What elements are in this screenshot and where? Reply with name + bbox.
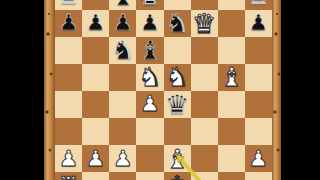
chess-board[interactable]: ♜♝♚♜♟♟♟♟♞♛♟♞♝♞♞♝♟♛♟♟♟♝♟♜♚ — [55, 0, 272, 180]
square-g2[interactable] — [218, 145, 245, 172]
piece-black-bishop-d6[interactable]: ♝ — [136, 37, 163, 64]
square-e7[interactable]: ♞ — [164, 10, 191, 37]
square-b3[interactable] — [82, 118, 109, 145]
piece-white-pawn-a2[interactable]: ♟ — [55, 145, 82, 172]
square-a1[interactable]: ♜ — [55, 172, 82, 180]
square-b7[interactable]: ♟ — [82, 10, 109, 37]
square-a3[interactable] — [55, 118, 82, 145]
square-g7[interactable] — [218, 10, 245, 37]
piece-black-pawn-h7[interactable]: ♟ — [245, 10, 272, 37]
square-c4[interactable] — [109, 91, 136, 118]
square-f6[interactable] — [191, 37, 218, 64]
square-c7[interactable]: ♟ — [109, 10, 136, 37]
square-f3[interactable] — [191, 118, 218, 145]
board-frame-left — [44, 0, 55, 180]
square-a5[interactable] — [55, 64, 82, 91]
square-d8[interactable]: ♚ — [136, 0, 163, 10]
piece-black-knight-c6[interactable]: ♞ — [109, 37, 136, 64]
square-f5[interactable] — [191, 64, 218, 91]
square-f7[interactable]: ♛ — [191, 10, 218, 37]
piece-black-knight-e7[interactable]: ♞ — [164, 10, 191, 37]
square-b4[interactable] — [82, 91, 109, 118]
square-f4[interactable] — [191, 91, 218, 118]
square-h5[interactable] — [245, 64, 272, 91]
square-d6[interactable]: ♝ — [136, 37, 163, 64]
piece-black-rook-a8[interactable]: ♜ — [55, 0, 82, 10]
square-e4[interactable]: ♛ — [164, 91, 191, 118]
square-g3[interactable] — [218, 118, 245, 145]
pillarbox-left — [0, 0, 44, 180]
piece-black-pawn-a7[interactable]: ♟ — [55, 10, 82, 37]
square-g4[interactable] — [218, 91, 245, 118]
piece-white-bishop-g5[interactable]: ♝ — [218, 64, 245, 91]
square-a6[interactable] — [55, 37, 82, 64]
square-a2[interactable]: ♟ — [55, 145, 82, 172]
piece-white-pawn-c2[interactable]: ♟ — [109, 145, 136, 172]
square-b8[interactable] — [82, 0, 109, 10]
square-a4[interactable] — [55, 91, 82, 118]
square-e3[interactable] — [164, 118, 191, 145]
square-e2[interactable]: ♝ — [164, 145, 191, 172]
piece-black-pawn-d7[interactable]: ♟ — [136, 10, 163, 37]
piece-white-queen-f7[interactable]: ♛ — [191, 10, 218, 37]
square-c1[interactable] — [109, 172, 136, 180]
square-c3[interactable] — [109, 118, 136, 145]
square-g6[interactable] — [218, 37, 245, 64]
square-g5[interactable]: ♝ — [218, 64, 245, 91]
piece-white-king-e1[interactable]: ♚ — [164, 172, 191, 180]
square-g8[interactable] — [218, 0, 245, 10]
square-d5[interactable]: ♞ — [136, 64, 163, 91]
square-h7[interactable]: ♟ — [245, 10, 272, 37]
square-b6[interactable] — [82, 37, 109, 64]
square-h6[interactable] — [245, 37, 272, 64]
piece-white-pawn-h2[interactable]: ♟ — [245, 145, 272, 172]
piece-white-rook-a1[interactable]: ♜ — [55, 172, 82, 180]
piece-white-pawn-b2[interactable]: ♟ — [82, 145, 109, 172]
square-c8[interactable]: ♝ — [109, 0, 136, 10]
piece-black-pawn-c7[interactable]: ♟ — [109, 10, 136, 37]
square-c5[interactable] — [109, 64, 136, 91]
square-b1[interactable] — [82, 172, 109, 180]
piece-black-pawn-b7[interactable]: ♟ — [82, 10, 109, 37]
square-c6[interactable]: ♞ — [109, 37, 136, 64]
square-f2[interactable] — [191, 145, 218, 172]
square-h1[interactable] — [245, 172, 272, 180]
piece-white-knight-d5[interactable]: ♞ — [136, 64, 163, 91]
square-g1[interactable] — [218, 172, 245, 180]
piece-white-pawn-d4[interactable]: ♟ — [136, 91, 163, 118]
square-b2[interactable]: ♟ — [82, 145, 109, 172]
piece-black-rook-h8[interactable]: ♜ — [245, 0, 272, 10]
square-f1[interactable] — [191, 172, 218, 180]
square-b5[interactable] — [82, 64, 109, 91]
piece-black-bishop-c8[interactable]: ♝ — [109, 0, 136, 10]
square-a8[interactable]: ♜ — [55, 0, 82, 10]
square-h4[interactable] — [245, 91, 272, 118]
square-d1[interactable] — [136, 172, 163, 180]
square-a7[interactable]: ♟ — [55, 10, 82, 37]
pillarbox-right — [281, 0, 320, 180]
piece-black-king-d8[interactable]: ♚ — [136, 0, 163, 10]
square-e6[interactable] — [164, 37, 191, 64]
square-d7[interactable]: ♟ — [136, 10, 163, 37]
piece-white-knight-e5[interactable]: ♞ — [164, 64, 191, 91]
square-e5[interactable]: ♞ — [164, 64, 191, 91]
square-e1[interactable]: ♚ — [164, 172, 191, 180]
square-d2[interactable] — [136, 145, 163, 172]
piece-white-bishop-e2[interactable]: ♝ — [164, 145, 191, 172]
square-d4[interactable]: ♟ — [136, 91, 163, 118]
square-h3[interactable] — [245, 118, 272, 145]
board-frame-right — [272, 0, 281, 180]
square-h8[interactable]: ♜ — [245, 0, 272, 10]
square-d3[interactable] — [136, 118, 163, 145]
square-h2[interactable]: ♟ — [245, 145, 272, 172]
game-window: ♜♝♚♜♟♟♟♟♞♛♟♞♝♞♞♝♟♛♟♟♟♝♟♜♚ — [0, 0, 320, 180]
piece-black-queen-e4[interactable]: ♛ — [164, 91, 191, 118]
square-c2[interactable]: ♟ — [109, 145, 136, 172]
